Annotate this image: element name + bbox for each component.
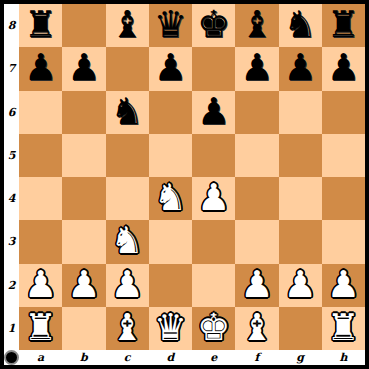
- black-pawn-a7: ♟: [24, 49, 57, 86]
- square-g3[interactable]: [279, 220, 322, 263]
- square-b6[interactable]: [62, 91, 105, 134]
- white-bishop-c1: ♝: [111, 309, 144, 346]
- rank-label-5: 5: [8, 150, 16, 161]
- chess-diagram: 8♜♝♛♚♝♞♜7♟♟♟♟♟♟6♞♟54♞♟3♞2♟♟♟♟♟♟1♜♝♛♚♝♜ab…: [0, 0, 369, 369]
- file-label-cell: g: [279, 350, 322, 365]
- square-b5[interactable]: [62, 134, 105, 177]
- square-d4[interactable]: ♞: [149, 177, 192, 220]
- white-pawn-e4: ♟: [197, 179, 230, 216]
- rank-label-2: 2: [8, 280, 16, 291]
- square-c4[interactable]: [106, 177, 149, 220]
- white-bishop-f1: ♝: [240, 309, 273, 346]
- square-d2[interactable]: [149, 264, 192, 307]
- square-b3[interactable]: [62, 220, 105, 263]
- black-rook-a8: ♜: [24, 6, 57, 43]
- rank-label-4: 4: [8, 193, 16, 204]
- square-e3[interactable]: [192, 220, 235, 263]
- rank-label-1: 1: [8, 323, 16, 334]
- rank-label-6: 6: [8, 107, 16, 118]
- square-c5[interactable]: [106, 134, 149, 177]
- black-rook-h8: ♜: [327, 6, 360, 43]
- square-g6[interactable]: [279, 91, 322, 134]
- file-label-cell: c: [106, 350, 149, 365]
- square-g4[interactable]: [279, 177, 322, 220]
- rank-label-cell: 6: [4, 91, 19, 134]
- white-king-e1: ♚: [197, 309, 230, 346]
- black-bishop-f8: ♝: [240, 6, 273, 43]
- square-c3[interactable]: ♞: [106, 220, 149, 263]
- file-label-f: f: [255, 352, 260, 363]
- square-e2[interactable]: [192, 264, 235, 307]
- square-a7[interactable]: ♟: [19, 47, 62, 90]
- rank-label-cell: 8: [4, 4, 19, 47]
- file-label-a: a: [37, 352, 44, 363]
- square-g7[interactable]: ♟: [279, 47, 322, 90]
- square-a1[interactable]: ♜: [19, 307, 62, 350]
- file-label-cell: a: [19, 350, 62, 365]
- square-g1[interactable]: [279, 307, 322, 350]
- square-d7[interactable]: ♟: [149, 47, 192, 90]
- square-h2[interactable]: ♟: [322, 264, 365, 307]
- rank-label-cell: 7: [4, 47, 19, 90]
- square-g8[interactable]: ♞: [279, 4, 322, 47]
- file-label-c: c: [124, 352, 131, 363]
- white-pawn-b2: ♟: [67, 266, 100, 303]
- square-a6[interactable]: [19, 91, 62, 134]
- black-pawn-d7: ♟: [154, 49, 187, 86]
- white-knight-c3: ♞: [111, 222, 144, 259]
- square-d8[interactable]: ♛: [149, 4, 192, 47]
- square-c1[interactable]: ♝: [106, 307, 149, 350]
- black-knight-g8: ♞: [284, 6, 317, 43]
- rank-label-cell: 5: [4, 134, 19, 177]
- square-h6[interactable]: [322, 91, 365, 134]
- rank-label-cell: 4: [4, 177, 19, 220]
- square-e1[interactable]: ♚: [192, 307, 235, 350]
- square-b4[interactable]: [62, 177, 105, 220]
- square-c2[interactable]: ♟: [106, 264, 149, 307]
- square-b2[interactable]: ♟: [62, 264, 105, 307]
- black-king-e8: ♚: [197, 6, 230, 43]
- file-label-cell: h: [322, 350, 365, 365]
- square-e4[interactable]: ♟: [192, 177, 235, 220]
- black-pawn-e6: ♟: [197, 93, 230, 130]
- white-rook-h1: ♜: [327, 309, 360, 346]
- file-label-g: g: [296, 352, 304, 363]
- square-g2[interactable]: ♟: [279, 264, 322, 307]
- square-h7[interactable]: ♟: [322, 47, 365, 90]
- square-f4[interactable]: [235, 177, 278, 220]
- file-label-cell: f: [235, 350, 278, 365]
- file-label-cell: d: [149, 350, 192, 365]
- file-label-cell: b: [62, 350, 105, 365]
- square-e5[interactable]: [192, 134, 235, 177]
- black-pawn-g7: ♟: [284, 49, 317, 86]
- white-pawn-c2: ♟: [111, 266, 144, 303]
- square-f8[interactable]: ♝: [235, 4, 278, 47]
- square-d3[interactable]: [149, 220, 192, 263]
- file-label-e: e: [210, 352, 217, 363]
- white-rook-a1: ♜: [24, 309, 57, 346]
- square-a3[interactable]: [19, 220, 62, 263]
- square-h4[interactable]: [322, 177, 365, 220]
- square-e7[interactable]: [192, 47, 235, 90]
- square-a5[interactable]: [19, 134, 62, 177]
- square-d6[interactable]: [149, 91, 192, 134]
- file-label-b: b: [80, 352, 88, 363]
- turn-indicator-cell: [4, 350, 19, 365]
- white-queen-d1: ♛: [154, 309, 187, 346]
- black-queen-d8: ♛: [154, 6, 187, 43]
- square-f6[interactable]: [235, 91, 278, 134]
- square-a4[interactable]: [19, 177, 62, 220]
- rank-label-cell: 2: [4, 264, 19, 307]
- white-knight-d4: ♞: [154, 179, 187, 216]
- white-pawn-h2: ♟: [327, 266, 360, 303]
- black-pawn-f7: ♟: [240, 49, 273, 86]
- square-e6[interactable]: ♟: [192, 91, 235, 134]
- rank-label-3: 3: [8, 236, 16, 247]
- square-f3[interactable]: [235, 220, 278, 263]
- square-d5[interactable]: [149, 134, 192, 177]
- square-f2[interactable]: ♟: [235, 264, 278, 307]
- square-b1[interactable]: [62, 307, 105, 350]
- rank-label-7: 7: [8, 63, 16, 74]
- square-b8[interactable]: [62, 4, 105, 47]
- square-a8[interactable]: ♜: [19, 4, 62, 47]
- rank-label-cell: 1: [4, 307, 19, 350]
- square-e8[interactable]: ♚: [192, 4, 235, 47]
- square-g5[interactable]: [279, 134, 322, 177]
- square-a2[interactable]: ♟: [19, 264, 62, 307]
- rank-label-8: 8: [8, 20, 16, 31]
- square-h3[interactable]: [322, 220, 365, 263]
- square-d1[interactable]: ♛: [149, 307, 192, 350]
- chess-board: 8♜♝♛♚♝♞♜7♟♟♟♟♟♟6♞♟54♞♟3♞2♟♟♟♟♟♟1♜♝♛♚♝♜ab…: [4, 4, 365, 365]
- square-h8[interactable]: ♜: [322, 4, 365, 47]
- white-pawn-f2: ♟: [240, 266, 273, 303]
- black-pawn-h7: ♟: [327, 49, 360, 86]
- file-label-h: h: [339, 352, 347, 363]
- white-pawn-g2: ♟: [284, 266, 317, 303]
- file-label-cell: e: [192, 350, 235, 365]
- file-label-d: d: [167, 352, 175, 363]
- square-c7[interactable]: [106, 47, 149, 90]
- black-pawn-b7: ♟: [67, 49, 100, 86]
- square-b7[interactable]: ♟: [62, 47, 105, 90]
- square-f5[interactable]: [235, 134, 278, 177]
- square-f7[interactable]: ♟: [235, 47, 278, 90]
- white-pawn-a2: ♟: [24, 266, 57, 303]
- rank-label-cell: 3: [4, 220, 19, 263]
- black-knight-c6: ♞: [111, 93, 144, 130]
- square-f1[interactable]: ♝: [235, 307, 278, 350]
- black-to-move-indicator: [4, 350, 19, 365]
- square-h1[interactable]: ♜: [322, 307, 365, 350]
- black-bishop-c8: ♝: [111, 6, 144, 43]
- square-c6[interactable]: ♞: [106, 91, 149, 134]
- square-h5[interactable]: [322, 134, 365, 177]
- square-c8[interactable]: ♝: [106, 4, 149, 47]
